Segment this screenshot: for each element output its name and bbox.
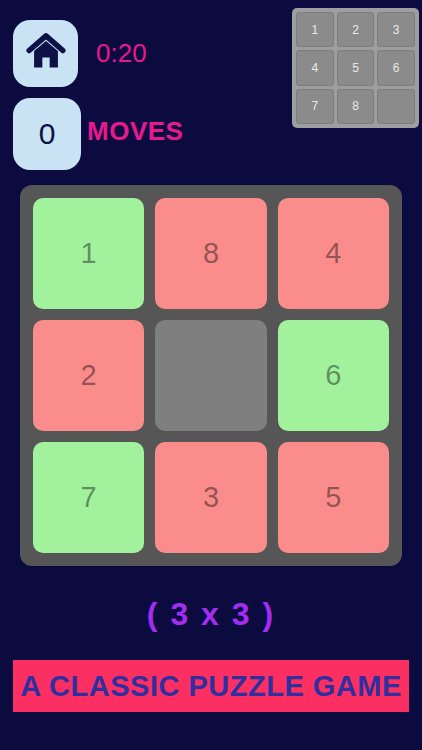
banner: A CLASSIC PUZZLE GAME: [13, 660, 409, 712]
tile-8[interactable]: 8: [155, 198, 266, 309]
mini-cell-7: 7: [296, 89, 334, 124]
tile-5[interactable]: 5: [278, 442, 389, 553]
mini-cell-3: 3: [377, 12, 415, 47]
moves-label: MOVES: [87, 116, 183, 147]
tile-6[interactable]: 6: [278, 320, 389, 431]
puzzle-board: 18426735: [20, 185, 402, 566]
mini-cell-4: 4: [296, 50, 334, 85]
tile-7[interactable]: 7: [33, 442, 144, 553]
moves-counter: 0: [13, 98, 81, 170]
mini-cell-1: 1: [296, 12, 334, 47]
board-size-label: ( 3 x 3 ): [0, 596, 422, 633]
mini-cell-6: 6: [377, 50, 415, 85]
moves-count-value: 0: [39, 117, 56, 151]
home-button[interactable]: [13, 20, 78, 87]
mini-cell-empty: [377, 89, 415, 124]
banner-text: A CLASSIC PUZZLE GAME: [20, 670, 402, 703]
home-icon: [24, 30, 68, 78]
tile-4[interactable]: 4: [278, 198, 389, 309]
mini-cell-5: 5: [337, 50, 375, 85]
timer-text: 0:20: [96, 38, 147, 69]
tile-1[interactable]: 1: [33, 198, 144, 309]
tile-3[interactable]: 3: [155, 442, 266, 553]
mini-cell-8: 8: [337, 89, 375, 124]
mini-cell-2: 2: [337, 12, 375, 47]
blank-cell: [155, 320, 266, 431]
mini-grid: 12345678: [292, 8, 419, 128]
tile-2[interactable]: 2: [33, 320, 144, 431]
